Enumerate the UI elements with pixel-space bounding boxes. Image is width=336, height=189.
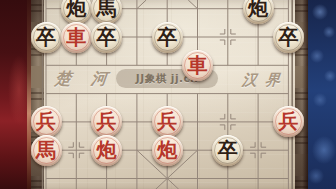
- piece-black-soldier[interactable]: 卒: [152, 22, 183, 53]
- piece-red-cannon[interactable]: 炮: [152, 135, 183, 166]
- piece-red-chariot[interactable]: 車: [182, 50, 213, 81]
- left-curtain-background: [0, 0, 30, 189]
- piece-black-soldier[interactable]: 卒: [212, 135, 243, 166]
- piece-black-soldier[interactable]: 卒: [273, 22, 304, 53]
- piece-red-cannon[interactable]: 炮: [91, 135, 122, 166]
- piece-red-soldier[interactable]: 兵: [31, 106, 62, 137]
- piece-black-soldier[interactable]: 卒: [91, 22, 122, 53]
- piece-red-soldier[interactable]: 兵: [152, 106, 183, 137]
- piece-red-chariot[interactable]: 車: [61, 22, 92, 53]
- piece-red-horse[interactable]: 馬: [31, 135, 62, 166]
- xiangqi-app-screenshot: 楚河 汉界 JJ象棋 jj.cn 炮馬炮卒車卒卒卒車兵兵兵兵馬炮炮卒: [0, 0, 336, 189]
- right-background-bokeh: [308, 0, 336, 189]
- piece-black-soldier[interactable]: 卒: [31, 22, 62, 53]
